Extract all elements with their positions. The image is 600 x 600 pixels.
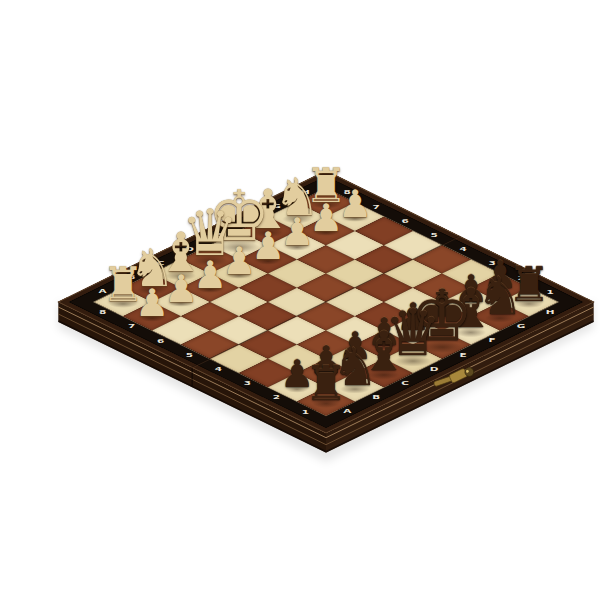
rank-label: 5 [430,232,437,237]
file-label: H [545,310,554,315]
rank-label: 6 [401,218,408,223]
rank-label: 1 [546,289,553,294]
file-label: C [401,381,409,386]
file-label: H [301,190,310,195]
rank-label: 4 [459,247,466,252]
file-label: E [215,232,222,237]
rank-label: 1 [301,409,308,414]
file-label: B [127,275,135,280]
rank-label: 8 [343,190,350,195]
file-label: F [244,218,251,223]
rank-label: 2 [272,395,279,400]
file-label: A [343,409,351,414]
rank-label: 3 [488,261,495,266]
rank-label: 8 [99,310,106,315]
file-label: E [459,352,466,357]
rank-label: 7 [372,204,379,209]
file-label: A [98,289,106,294]
file-label: C [156,261,164,266]
rank-label: 2 [517,275,524,280]
file-label: F [488,338,495,343]
file-label: D [429,366,438,371]
rank-label: 3 [244,381,251,386]
rank-label: 5 [186,352,193,357]
rank-label: 7 [128,324,135,329]
file-label: D [185,247,194,252]
file-label: B [372,395,380,400]
rank-label: 4 [215,366,222,371]
product-photo: 88AA77BB66CC55DD44EE33FF22GG11HH ♜♞♝♛♚♝♞… [0,0,600,600]
file-label: G [516,324,525,329]
file-label: G [272,204,281,209]
rank-label: 6 [157,338,164,343]
